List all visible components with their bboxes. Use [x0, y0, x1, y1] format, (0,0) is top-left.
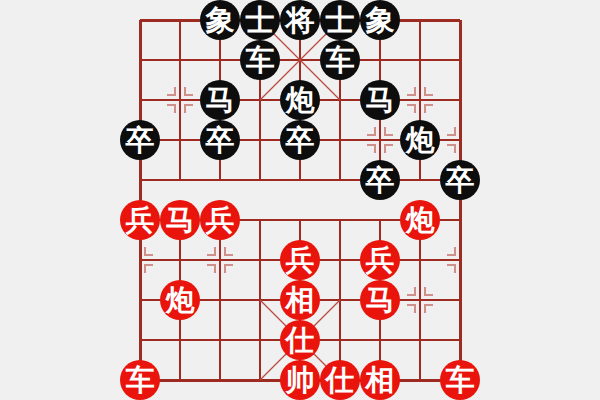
piece-black-elephant[interactable]: 象 [360, 0, 400, 40]
piece-black-soldier[interactable]: 卒 [440, 160, 480, 200]
piece-red-cannon[interactable]: 炮 [160, 280, 200, 320]
piece-red-cannon[interactable]: 炮 [400, 200, 440, 240]
piece-red-chariot[interactable]: 车 [440, 360, 480, 400]
xiangqi-board-screen: 象士将士象车车马炮马卒卒卒炮卒卒兵马兵炮兵兵炮相马仕车帅仕相车 [0, 0, 600, 400]
piece-red-elephant[interactable]: 相 [360, 360, 400, 400]
piece-black-horse[interactable]: 马 [360, 80, 400, 120]
piece-red-soldier[interactable]: 兵 [360, 240, 400, 280]
piece-red-horse[interactable]: 马 [360, 280, 400, 320]
piece-black-chariot[interactable]: 车 [320, 40, 360, 80]
piece-red-soldier[interactable]: 兵 [200, 200, 240, 240]
piece-black-chariot[interactable]: 车 [240, 40, 280, 80]
piece-black-advisor[interactable]: 士 [240, 0, 280, 40]
piece-black-soldier[interactable]: 卒 [120, 120, 160, 160]
piece-red-advisor[interactable]: 仕 [320, 360, 360, 400]
piece-black-cannon[interactable]: 炮 [400, 120, 440, 160]
piece-black-horse[interactable]: 马 [200, 80, 240, 120]
piece-black-soldier[interactable]: 卒 [280, 120, 320, 160]
piece-red-chariot[interactable]: 车 [120, 360, 160, 400]
piece-black-elephant[interactable]: 象 [200, 0, 240, 40]
piece-red-general[interactable]: 帅 [280, 360, 320, 400]
piece-black-cannon[interactable]: 炮 [280, 80, 320, 120]
piece-black-advisor[interactable]: 士 [320, 0, 360, 40]
piece-black-soldier[interactable]: 卒 [200, 120, 240, 160]
piece-red-horse[interactable]: 马 [160, 200, 200, 240]
piece-red-elephant[interactable]: 相 [280, 280, 320, 320]
piece-black-soldier[interactable]: 卒 [360, 160, 400, 200]
piece-black-general[interactable]: 将 [280, 0, 320, 40]
piece-red-advisor[interactable]: 仕 [280, 320, 320, 360]
piece-red-soldier[interactable]: 兵 [120, 200, 160, 240]
pieces-layer: 象士将士象车车马炮马卒卒卒炮卒卒兵马兵炮兵兵炮相马仕车帅仕相车 [0, 0, 600, 400]
piece-red-soldier[interactable]: 兵 [280, 240, 320, 280]
